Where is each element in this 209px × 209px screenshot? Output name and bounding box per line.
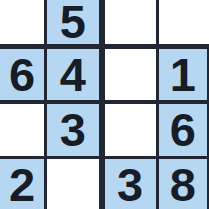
- board-crop-edge: [207, 0, 209, 44]
- cell-r1c4[interactable]: [159, 0, 208, 44]
- cell-r1c3[interactable]: [105, 0, 156, 44]
- cell-r3c2[interactable]: 3: [47, 104, 99, 157]
- cell-r3c3[interactable]: [105, 104, 156, 157]
- sudoku-screenshot: 564136238: [0, 0, 209, 209]
- cell-r4c3[interactable]: 3: [105, 159, 156, 209]
- cell-r3c4[interactable]: 6: [159, 104, 208, 157]
- cell-r4c2[interactable]: [47, 159, 99, 209]
- cell-r1c2[interactable]: 5: [47, 0, 99, 44]
- cell-r4c4[interactable]: 8: [159, 159, 208, 209]
- cell-r2c2[interactable]: 4: [47, 49, 99, 101]
- cell-r4c1[interactable]: 2: [0, 159, 44, 209]
- cell-r2c3[interactable]: [105, 49, 156, 101]
- cell-r1c1[interactable]: [0, 0, 44, 44]
- cell-r3c1[interactable]: [0, 104, 44, 157]
- sudoku-board: 564136238: [0, 0, 209, 209]
- cell-r2c1[interactable]: 6: [0, 49, 44, 101]
- cell-r2c4[interactable]: 1: [159, 49, 208, 101]
